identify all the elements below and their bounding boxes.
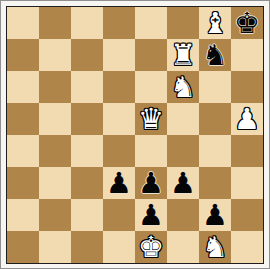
square-c2[interactable]	[71, 199, 103, 231]
square-c3[interactable]	[71, 167, 103, 199]
square-h5[interactable]: ♟	[231, 103, 263, 135]
board-frame: ♝♚♜♞♞♛♟♟♟♟♟♟♚♞	[6, 6, 264, 264]
square-c4[interactable]	[71, 135, 103, 167]
square-b7[interactable]	[39, 39, 71, 71]
square-h8[interactable]: ♚	[231, 7, 263, 39]
square-g8[interactable]: ♝	[199, 7, 231, 39]
square-h4[interactable]	[231, 135, 263, 167]
square-e8[interactable]	[135, 7, 167, 39]
white-rook[interactable]: ♜	[170, 39, 196, 71]
square-a4[interactable]	[7, 135, 39, 167]
square-g7[interactable]: ♞	[199, 39, 231, 71]
chess-app-window: ♝♚♜♞♞♛♟♟♟♟♟♟♚♞	[0, 0, 270, 269]
square-d1[interactable]	[103, 231, 135, 263]
black-pawn[interactable]: ♟	[202, 199, 228, 231]
square-b4[interactable]	[39, 135, 71, 167]
square-b2[interactable]	[39, 199, 71, 231]
square-a3[interactable]	[7, 167, 39, 199]
black-pawn[interactable]: ♟	[106, 167, 132, 199]
black-pawn[interactable]: ♟	[170, 167, 196, 199]
square-c1[interactable]	[71, 231, 103, 263]
white-knight[interactable]: ♞	[170, 71, 196, 103]
square-d8[interactable]	[103, 7, 135, 39]
square-f3[interactable]: ♟	[167, 167, 199, 199]
black-pawn[interactable]: ♟	[138, 167, 164, 199]
square-d2[interactable]	[103, 199, 135, 231]
square-b1[interactable]	[39, 231, 71, 263]
square-b3[interactable]	[39, 167, 71, 199]
square-c5[interactable]	[71, 103, 103, 135]
square-b8[interactable]	[39, 7, 71, 39]
square-a8[interactable]	[7, 7, 39, 39]
square-g5[interactable]	[199, 103, 231, 135]
square-f1[interactable]	[167, 231, 199, 263]
square-d6[interactable]	[103, 71, 135, 103]
square-a2[interactable]	[7, 199, 39, 231]
square-a5[interactable]	[7, 103, 39, 135]
square-b5[interactable]	[39, 103, 71, 135]
square-h7[interactable]	[231, 39, 263, 71]
black-knight[interactable]: ♞	[202, 39, 228, 71]
square-g2[interactable]: ♟	[199, 199, 231, 231]
square-e7[interactable]	[135, 39, 167, 71]
square-f4[interactable]	[167, 135, 199, 167]
square-d3[interactable]: ♟	[103, 167, 135, 199]
white-king[interactable]: ♚	[138, 231, 164, 263]
square-h2[interactable]	[231, 199, 263, 231]
square-h3[interactable]	[231, 167, 263, 199]
square-h1[interactable]	[231, 231, 263, 263]
square-h6[interactable]	[231, 71, 263, 103]
square-a6[interactable]	[7, 71, 39, 103]
white-queen[interactable]: ♛	[138, 103, 164, 135]
white-pawn[interactable]: ♟	[234, 103, 260, 135]
square-f6[interactable]: ♞	[167, 71, 199, 103]
chess-board: ♝♚♜♞♞♛♟♟♟♟♟♟♚♞	[7, 7, 263, 263]
square-e3[interactable]: ♟	[135, 167, 167, 199]
square-d5[interactable]	[103, 103, 135, 135]
square-b6[interactable]	[39, 71, 71, 103]
square-c7[interactable]	[71, 39, 103, 71]
square-g1[interactable]: ♞	[199, 231, 231, 263]
square-e6[interactable]	[135, 71, 167, 103]
square-e2[interactable]: ♟	[135, 199, 167, 231]
white-knight[interactable]: ♞	[202, 231, 228, 263]
square-g3[interactable]	[199, 167, 231, 199]
square-f8[interactable]	[167, 7, 199, 39]
black-pawn[interactable]: ♟	[138, 199, 164, 231]
square-g6[interactable]	[199, 71, 231, 103]
square-f2[interactable]	[167, 199, 199, 231]
square-c8[interactable]	[71, 7, 103, 39]
square-e1[interactable]: ♚	[135, 231, 167, 263]
black-king[interactable]: ♚	[234, 7, 260, 39]
square-f7[interactable]: ♜	[167, 39, 199, 71]
white-bishop[interactable]: ♝	[202, 7, 228, 39]
square-g4[interactable]	[199, 135, 231, 167]
square-c6[interactable]	[71, 71, 103, 103]
square-d4[interactable]	[103, 135, 135, 167]
square-f5[interactable]	[167, 103, 199, 135]
square-e4[interactable]	[135, 135, 167, 167]
square-e5[interactable]: ♛	[135, 103, 167, 135]
square-d7[interactable]	[103, 39, 135, 71]
square-a7[interactable]	[7, 39, 39, 71]
square-a1[interactable]	[7, 231, 39, 263]
